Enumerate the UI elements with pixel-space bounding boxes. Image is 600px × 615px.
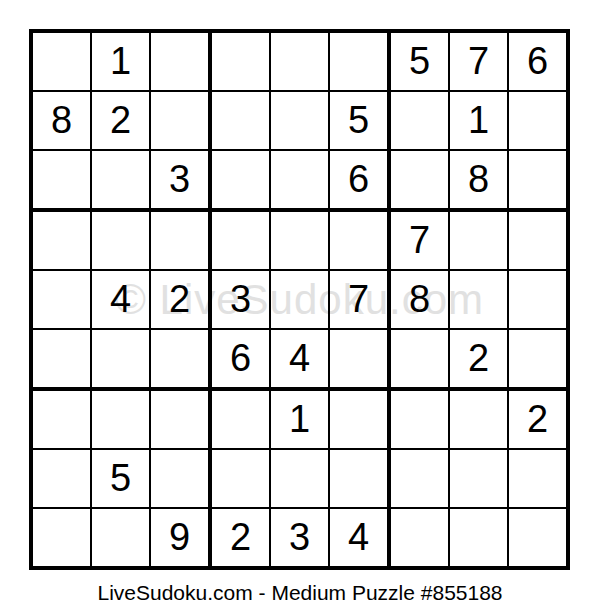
cell-r4c6[interactable] (330, 212, 391, 271)
cell-r8c8[interactable] (450, 450, 509, 509)
cell-r8c1[interactable] (33, 450, 92, 509)
cell-r8c9[interactable] (509, 450, 566, 509)
cell-r4c1[interactable] (33, 212, 92, 271)
cell-r9c1[interactable] (33, 509, 92, 566)
cell-r7c9[interactable]: 2 (509, 391, 566, 450)
cell-r6c3[interactable] (151, 330, 212, 391)
cell-r3c4[interactable] (212, 151, 271, 212)
cell-r5c8[interactable] (450, 271, 509, 330)
grid-row-6: 642 (33, 330, 566, 391)
cell-r7c8[interactable] (450, 391, 509, 450)
cell-r6c5[interactable]: 4 (271, 330, 330, 391)
cell-r3c3[interactable]: 3 (151, 151, 212, 212)
cell-r3c2[interactable] (92, 151, 151, 212)
cell-r7c3[interactable] (151, 391, 212, 450)
cell-r5c4[interactable]: 3 (212, 271, 271, 330)
cell-r4c8[interactable] (450, 212, 509, 271)
cell-r3c1[interactable] (33, 151, 92, 212)
grid-row-3: 368 (33, 151, 566, 212)
cell-r1c6[interactable] (330, 33, 391, 92)
cell-r5c9[interactable] (509, 271, 566, 330)
grid-row-4: 7 (33, 212, 566, 271)
cell-r5c2[interactable]: 4 (92, 271, 151, 330)
cell-r8c7[interactable] (391, 450, 450, 509)
cell-r1c1[interactable] (33, 33, 92, 92)
cell-r6c2[interactable] (92, 330, 151, 391)
grid-row-5: 42378 (33, 271, 566, 330)
cell-r9c9[interactable] (509, 509, 566, 566)
cell-r3c6[interactable]: 6 (330, 151, 391, 212)
cell-r4c9[interactable] (509, 212, 566, 271)
cell-r1c3[interactable] (151, 33, 212, 92)
cell-r8c5[interactable] (271, 450, 330, 509)
cell-r9c4[interactable]: 2 (212, 509, 271, 566)
cell-r9c6[interactable]: 4 (330, 509, 391, 566)
cell-r5c3[interactable]: 2 (151, 271, 212, 330)
cell-r6c6[interactable] (330, 330, 391, 391)
cell-r2c5[interactable] (271, 92, 330, 151)
cell-r2c2[interactable]: 2 (92, 92, 151, 151)
puzzle-caption: LiveSudoku.com - Medium Puzzle #855188 (0, 581, 600, 605)
cell-r2c7[interactable] (391, 92, 450, 151)
grid-row-7: 12 (33, 391, 566, 450)
cell-r8c2[interactable]: 5 (92, 450, 151, 509)
cell-r7c4[interactable] (212, 391, 271, 450)
cell-r4c2[interactable] (92, 212, 151, 271)
cell-r6c8[interactable]: 2 (450, 330, 509, 391)
cell-r5c1[interactable] (33, 271, 92, 330)
cell-r7c1[interactable] (33, 391, 92, 450)
cell-r1c9[interactable]: 6 (509, 33, 566, 92)
cell-r1c7[interactable]: 5 (391, 33, 450, 92)
cell-r2c4[interactable] (212, 92, 271, 151)
cell-r1c2[interactable]: 1 (92, 33, 151, 92)
cell-r4c5[interactable] (271, 212, 330, 271)
cell-r1c5[interactable] (271, 33, 330, 92)
cell-r9c2[interactable] (92, 509, 151, 566)
cell-r3c9[interactable] (509, 151, 566, 212)
cell-r4c7[interactable]: 7 (391, 212, 450, 271)
cell-r1c8[interactable]: 7 (450, 33, 509, 92)
cell-r2c9[interactable] (509, 92, 566, 151)
cell-r7c7[interactable] (391, 391, 450, 450)
cell-r2c8[interactable]: 1 (450, 92, 509, 151)
cell-r8c3[interactable] (151, 450, 212, 509)
cell-r9c8[interactable] (450, 509, 509, 566)
cell-r9c5[interactable]: 3 (271, 509, 330, 566)
grid-row-9: 9234 (33, 509, 566, 566)
cell-r5c5[interactable] (271, 271, 330, 330)
cell-r8c6[interactable] (330, 450, 391, 509)
cell-r3c7[interactable] (391, 151, 450, 212)
sudoku-grid: 157682513687423786421259234 (33, 33, 566, 566)
cell-r7c5[interactable]: 1 (271, 391, 330, 450)
grid-row-1: 1576 (33, 33, 566, 92)
sudoku-board: © LiveSudoku.com 15768251368742378642125… (29, 29, 570, 570)
cell-r6c7[interactable] (391, 330, 450, 391)
cell-r7c2[interactable] (92, 391, 151, 450)
grid-row-2: 8251 (33, 92, 566, 151)
cell-r2c1[interactable]: 8 (33, 92, 92, 151)
cell-r3c8[interactable]: 8 (450, 151, 509, 212)
cell-r6c1[interactable] (33, 330, 92, 391)
cell-r3c5[interactable] (271, 151, 330, 212)
cell-r7c6[interactable] (330, 391, 391, 450)
cell-r1c4[interactable] (212, 33, 271, 92)
cell-r9c3[interactable]: 9 (151, 509, 212, 566)
cell-r5c6[interactable]: 7 (330, 271, 391, 330)
cell-r5c7[interactable]: 8 (391, 271, 450, 330)
cell-r6c4[interactable]: 6 (212, 330, 271, 391)
cell-r4c3[interactable] (151, 212, 212, 271)
cell-r9c7[interactable] (391, 509, 450, 566)
cell-r2c6[interactable]: 5 (330, 92, 391, 151)
cell-r6c9[interactable] (509, 330, 566, 391)
cell-r2c3[interactable] (151, 92, 212, 151)
grid-row-8: 5 (33, 450, 566, 509)
cell-r4c4[interactable] (212, 212, 271, 271)
cell-r8c4[interactable] (212, 450, 271, 509)
